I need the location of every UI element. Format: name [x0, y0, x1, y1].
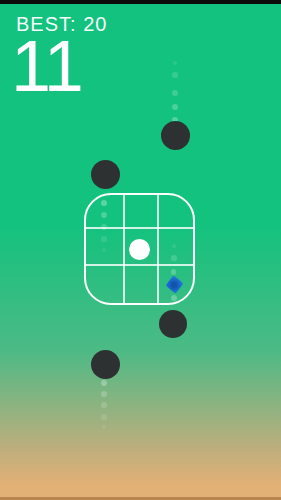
- trail-dot: [101, 200, 107, 206]
- trail-dot: [172, 104, 178, 110]
- trail-dot: [172, 72, 177, 77]
- obstacle-circle: [159, 310, 187, 338]
- game-board: [84, 193, 195, 305]
- grid-line-vertical: [123, 195, 125, 303]
- grid-line-horizontal: [86, 264, 193, 266]
- grid-line-vertical: [157, 195, 159, 303]
- trail-dot: [101, 236, 106, 241]
- trail-dot: [171, 255, 176, 260]
- obstacle-circle: [91, 160, 120, 189]
- trail-dot: [101, 391, 107, 397]
- obstacle-circle: [161, 121, 190, 150]
- trail-dot: [171, 269, 176, 274]
- obstacle-circle: [91, 350, 120, 379]
- game-screen[interactable]: BEST: 20 11: [0, 0, 281, 500]
- trail-dot: [171, 295, 177, 301]
- trail-dot: [172, 90, 178, 96]
- trail-dot: [101, 402, 107, 408]
- target-square: [165, 275, 183, 293]
- player-ball: [129, 239, 150, 260]
- trail-dot: [102, 425, 107, 430]
- trail-dot: [173, 61, 178, 66]
- trail-dot: [101, 414, 106, 419]
- trail-dot: [101, 212, 107, 218]
- trail-dot: [101, 224, 107, 230]
- trail-dot: [101, 380, 107, 386]
- play-field[interactable]: [0, 0, 281, 500]
